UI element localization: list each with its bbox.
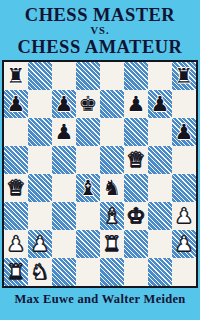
board-square-g2 [148, 230, 172, 258]
chess-board-frame: ♜♜♟♟♚♟♟♟♟♛♛♝♞♝♚♟♟♟♜♟♜♞ [2, 60, 198, 288]
board-square-f2 [124, 230, 148, 258]
board-square-a1: ♜ [4, 258, 28, 286]
board-square-h3: ♟ [172, 202, 196, 230]
piece-black-pawn: ♟ [151, 90, 170, 118]
piece-white-knight: ♞ [31, 258, 50, 286]
piece-black-rook: ♜ [175, 62, 194, 90]
board-square-d7: ♚ [76, 90, 100, 118]
board-square-e1 [100, 258, 124, 286]
board-square-a7: ♟ [4, 90, 28, 118]
piece-black-bishop: ♝ [79, 174, 98, 202]
piece-white-bishop: ♝ [103, 202, 122, 230]
piece-white-pawn: ♟ [175, 230, 194, 258]
board-square-b3 [28, 202, 52, 230]
piece-black-pawn: ♟ [127, 90, 146, 118]
board-square-f3: ♚ [124, 202, 148, 230]
board-square-e7 [100, 90, 124, 118]
board-square-c1 [52, 258, 76, 286]
board-square-c7: ♟ [52, 90, 76, 118]
piece-white-queen: ♛ [7, 174, 26, 202]
board-square-e6 [100, 118, 124, 146]
board-square-f8 [124, 62, 148, 90]
board-square-d1 [76, 258, 100, 286]
board-square-c5 [52, 146, 76, 174]
board-square-h4 [172, 174, 196, 202]
board-square-c6: ♟ [52, 118, 76, 146]
piece-white-king: ♚ [127, 202, 146, 230]
board-square-g1 [148, 258, 172, 286]
board-square-d2 [76, 230, 100, 258]
board-square-h8: ♜ [172, 62, 196, 90]
board-square-f5: ♛ [124, 146, 148, 174]
title-line-2: CHESS AMATEUR [0, 38, 200, 57]
board-square-h6: ♟ [172, 118, 196, 146]
piece-white-pawn: ♟ [175, 202, 194, 230]
board-square-d4: ♝ [76, 174, 100, 202]
board-square-e2: ♜ [100, 230, 124, 258]
piece-black-pawn: ♟ [55, 90, 74, 118]
piece-black-king: ♚ [79, 90, 98, 118]
board-square-b2: ♟ [28, 230, 52, 258]
board-square-g3 [148, 202, 172, 230]
board-square-b8 [28, 62, 52, 90]
board-square-g6 [148, 118, 172, 146]
board-square-b5 [28, 146, 52, 174]
board-square-d5 [76, 146, 100, 174]
piece-white-queen: ♛ [127, 146, 146, 174]
piece-black-pawn: ♟ [55, 118, 74, 146]
title-line-1: CHESS MASTER [0, 6, 200, 25]
board-square-a6 [4, 118, 28, 146]
board-square-h7 [172, 90, 196, 118]
board-square-c3 [52, 202, 76, 230]
book-cover: CHESS MASTER VS. CHESS AMATEUR ♜♜♟♟♚♟♟♟♟… [0, 0, 200, 320]
piece-white-rook: ♜ [103, 230, 122, 258]
board-square-f1 [124, 258, 148, 286]
board-square-e8 [100, 62, 124, 90]
board-square-f6 [124, 118, 148, 146]
author-line: Max Euwe and Walter Meiden [0, 292, 200, 307]
board-square-g5 [148, 146, 172, 174]
piece-white-rook: ♜ [7, 258, 26, 286]
board-square-f7: ♟ [124, 90, 148, 118]
board-square-a8: ♜ [4, 62, 28, 90]
piece-white-pawn: ♟ [31, 230, 50, 258]
piece-black-pawn: ♟ [7, 90, 26, 118]
chess-board: ♜♜♟♟♚♟♟♟♟♛♛♝♞♝♚♟♟♟♜♟♜♞ [4, 62, 196, 286]
board-square-e3: ♝ [100, 202, 124, 230]
board-square-d3 [76, 202, 100, 230]
board-square-a4: ♛ [4, 174, 28, 202]
piece-black-rook: ♜ [7, 62, 26, 90]
piece-white-pawn: ♟ [7, 230, 26, 258]
board-square-g8 [148, 62, 172, 90]
board-square-b7 [28, 90, 52, 118]
board-square-c4 [52, 174, 76, 202]
board-square-e5 [100, 146, 124, 174]
board-square-h5 [172, 146, 196, 174]
board-square-c2 [52, 230, 76, 258]
title-block: CHESS MASTER VS. CHESS AMATEUR [0, 0, 200, 57]
board-square-d8 [76, 62, 100, 90]
board-square-a2: ♟ [4, 230, 28, 258]
board-square-f4 [124, 174, 148, 202]
board-square-b1: ♞ [28, 258, 52, 286]
board-square-e4: ♞ [100, 174, 124, 202]
board-square-a3 [4, 202, 28, 230]
board-square-c8 [52, 62, 76, 90]
piece-black-pawn: ♟ [175, 118, 194, 146]
board-square-b4 [28, 174, 52, 202]
board-square-b6 [28, 118, 52, 146]
board-square-d6 [76, 118, 100, 146]
piece-black-knight: ♞ [103, 174, 122, 202]
board-square-h2: ♟ [172, 230, 196, 258]
board-square-g7: ♟ [148, 90, 172, 118]
board-square-h1 [172, 258, 196, 286]
board-square-a5 [4, 146, 28, 174]
board-square-g4 [148, 174, 172, 202]
title-line-vs: VS. [0, 26, 200, 37]
